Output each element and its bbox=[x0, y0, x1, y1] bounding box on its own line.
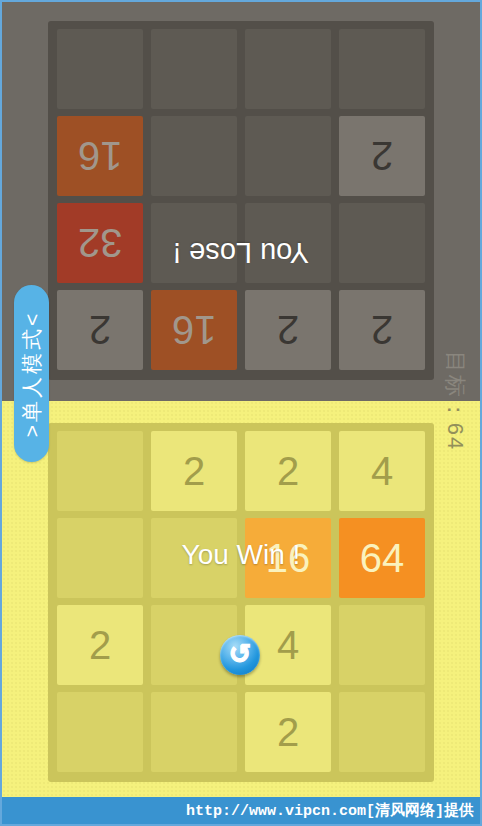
win-message: You Win ! bbox=[48, 540, 434, 570]
app-screen: 1623221622 2241664242 You Lose ! You Win… bbox=[0, 0, 482, 826]
empty-cell bbox=[245, 29, 331, 109]
watermark-bar: http://www.vipcn.com[清风网络]提供 bbox=[2, 797, 480, 824]
tile-value: 4 bbox=[277, 625, 299, 665]
target-label: 目标：64 bbox=[432, 342, 477, 460]
tile-value: 2 bbox=[277, 310, 299, 350]
empty-cell bbox=[339, 605, 425, 685]
tile-4: 4 bbox=[245, 605, 331, 685]
empty-cell bbox=[339, 692, 425, 772]
empty-cell bbox=[151, 116, 237, 196]
tile-value: 2 bbox=[277, 451, 299, 491]
top-board-opponent[interactable]: 1623221622 bbox=[48, 21, 434, 380]
mode-tab-label: >单人模式< bbox=[18, 310, 46, 437]
tile-value: 2 bbox=[277, 712, 299, 752]
tile-value: 16 bbox=[172, 310, 217, 350]
empty-cell bbox=[339, 29, 425, 109]
watermark-text: http://www.vipcn.com[清风网络]提供 bbox=[186, 801, 474, 820]
single-player-mode-tab[interactable]: >单人模式< bbox=[14, 285, 49, 462]
tile-2: 2 bbox=[151, 431, 237, 511]
empty-cell bbox=[57, 29, 143, 109]
target-value: ：64 bbox=[443, 399, 468, 451]
empty-cell bbox=[151, 692, 237, 772]
tile-2: 2 bbox=[339, 290, 425, 370]
tile-value: 2 bbox=[371, 136, 393, 176]
empty-cell bbox=[245, 116, 331, 196]
restart-icon: ↺ bbox=[229, 641, 252, 668]
tile-2: 2 bbox=[57, 290, 143, 370]
tile-4: 4 bbox=[339, 431, 425, 511]
empty-cell bbox=[151, 29, 237, 109]
tile-value: 2 bbox=[89, 625, 111, 665]
target-prefix: 目标 bbox=[443, 351, 468, 399]
tile-2: 2 bbox=[245, 692, 331, 772]
tile-2: 2 bbox=[245, 431, 331, 511]
tile-2: 2 bbox=[339, 116, 425, 196]
empty-cell bbox=[57, 692, 143, 772]
tile-value: 2 bbox=[183, 451, 205, 491]
tile-2: 2 bbox=[245, 290, 331, 370]
tile-2: 2 bbox=[57, 605, 143, 685]
tile-value: 2 bbox=[89, 310, 111, 350]
tile-value: 4 bbox=[371, 451, 393, 491]
restart-button[interactable]: ↺ bbox=[220, 635, 260, 675]
empty-cell bbox=[57, 431, 143, 511]
tile-16: 16 bbox=[151, 290, 237, 370]
tile-value: 2 bbox=[371, 310, 393, 350]
bottom-board-player[interactable]: 2241664242 bbox=[48, 423, 434, 782]
tile-value: 16 bbox=[78, 136, 123, 176]
tile-16: 16 bbox=[57, 116, 143, 196]
lose-message: You Lose ! bbox=[48, 238, 434, 268]
